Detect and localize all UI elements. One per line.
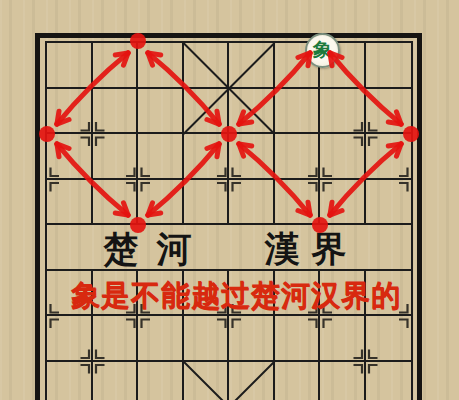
board-frame [35,33,422,400]
xiangqi-tutorial-screen: 象 楚 河 漢 界 象是不能越过楚河汉界的 [0,0,459,400]
elephant-piece[interactable]: 象 [305,33,340,68]
elephant-piece-label: 象 [313,40,332,59]
caption-text: 象是不能越过楚河汉界的 [50,276,422,316]
